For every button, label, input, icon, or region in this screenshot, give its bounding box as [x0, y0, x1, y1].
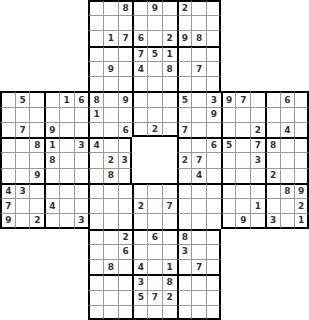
outside-area	[250, 290, 265, 305]
cell-r1c12[interactable]	[177, 15, 192, 30]
cell-r13c12[interactable]	[177, 198, 192, 213]
cell-r11c4[interactable]	[59, 168, 74, 183]
cell-r8c9[interactable]	[132, 122, 147, 137]
cell-r0c8[interactable]: 8	[118, 0, 133, 15]
cell-r7c15[interactable]	[221, 107, 236, 122]
cell-r1c14[interactable]	[206, 15, 221, 30]
cell-r14c2[interactable]: 2	[29, 213, 44, 228]
cell-r6c11[interactable]	[162, 91, 177, 106]
cell-r9c20[interactable]	[294, 137, 309, 152]
cell-r12c9[interactable]	[132, 183, 147, 198]
cell-r5c11[interactable]	[162, 76, 177, 91]
cell-r1c7[interactable]	[103, 15, 118, 30]
cell-r3c8[interactable]	[118, 46, 133, 61]
given-digit: 9	[240, 216, 246, 225]
cell-r8c4[interactable]	[59, 122, 74, 137]
cell-r8c10[interactable]: 2	[147, 122, 162, 137]
cell-r15c9[interactable]	[132, 229, 147, 244]
cell-r9c17[interactable]: 7	[250, 137, 265, 152]
cell-r12c7[interactable]	[103, 183, 118, 198]
cell-r19c10[interactable]: 7	[147, 290, 162, 305]
cell-r10c13[interactable]: 7	[191, 152, 206, 167]
cell-r2c12[interactable]: 9	[177, 30, 192, 45]
cell-r14c12[interactable]	[177, 213, 192, 228]
cell-r13c4[interactable]	[59, 198, 74, 213]
cell-r3c7[interactable]	[103, 46, 118, 61]
cell-r18c12[interactable]	[177, 274, 192, 289]
given-digit: 8	[122, 4, 128, 13]
cell-r13c16[interactable]	[235, 198, 250, 213]
cell-r13c0[interactable]: 7	[0, 198, 15, 213]
cell-r6c12[interactable]: 5	[177, 91, 192, 106]
cell-r2c8[interactable]: 7	[118, 30, 133, 45]
cell-r10c19[interactable]	[280, 152, 295, 167]
cell-r17c7[interactable]: 8	[103, 259, 118, 274]
cell-r16c9[interactable]	[132, 244, 147, 259]
cell-r8c11[interactable]	[162, 122, 177, 137]
cell-r1c13[interactable]	[191, 15, 206, 30]
cell-r18c6[interactable]	[88, 274, 103, 289]
cell-r19c7[interactable]	[103, 290, 118, 305]
cell-r15c12[interactable]: 8	[177, 229, 192, 244]
cell-r11c20[interactable]	[294, 168, 309, 183]
cell-r20c11[interactable]	[162, 305, 177, 320]
cell-r20c12[interactable]	[177, 305, 192, 320]
cell-r12c18[interactable]	[265, 183, 280, 198]
cell-r6c3[interactable]	[44, 91, 59, 106]
cell-r8c3[interactable]: 9	[44, 122, 59, 137]
cell-r14c18[interactable]: 3	[265, 213, 280, 228]
cell-r13c1[interactable]	[15, 198, 30, 213]
cell-r9c5[interactable]: 3	[74, 137, 89, 152]
cell-r9c12[interactable]	[177, 137, 192, 152]
cell-r10c7[interactable]: 2	[103, 152, 118, 167]
outside-area	[162, 168, 177, 183]
cell-r4c14[interactable]	[206, 61, 221, 76]
cell-r16c11[interactable]	[162, 244, 177, 259]
cell-r20c6[interactable]	[88, 305, 103, 320]
cell-r13c3[interactable]: 4	[44, 198, 59, 213]
cell-r12c14[interactable]	[206, 183, 221, 198]
cell-r13c8[interactable]	[118, 198, 133, 213]
cell-r10c16[interactable]	[235, 152, 250, 167]
cell-r7c19[interactable]	[280, 107, 295, 122]
cell-r12c10[interactable]	[147, 183, 162, 198]
cell-r11c18[interactable]: 2	[265, 168, 280, 183]
cell-r13c2[interactable]	[29, 198, 44, 213]
cell-r12c16[interactable]	[235, 183, 250, 198]
cell-r7c12[interactable]	[177, 107, 192, 122]
cell-r5c7[interactable]	[103, 76, 118, 91]
cell-r6c4[interactable]: 1	[59, 91, 74, 106]
cell-r6c16[interactable]: 7	[235, 91, 250, 106]
cell-r18c8[interactable]	[118, 274, 133, 289]
outside-area	[235, 15, 250, 30]
cell-r17c12[interactable]	[177, 259, 192, 274]
cell-r12c12[interactable]	[177, 183, 192, 198]
cell-r7c17[interactable]	[250, 107, 265, 122]
cell-r20c14[interactable]	[206, 305, 221, 320]
cell-r7c11[interactable]	[162, 107, 177, 122]
cell-r6c0[interactable]	[0, 91, 15, 106]
cell-r19c11[interactable]: 2	[162, 290, 177, 305]
cell-r20c9[interactable]	[132, 305, 147, 320]
cell-r13c11[interactable]: 7	[162, 198, 177, 213]
cell-r10c0[interactable]	[0, 152, 15, 167]
cell-r9c4[interactable]	[59, 137, 74, 152]
cell-r15c6[interactable]	[88, 229, 103, 244]
cell-r11c2[interactable]: 9	[29, 168, 44, 183]
cell-r6c17[interactable]	[250, 91, 265, 106]
cell-r9c2[interactable]: 8	[29, 137, 44, 152]
cell-r12c2[interactable]	[29, 183, 44, 198]
cell-r4c13[interactable]: 7	[191, 61, 206, 76]
cell-r11c8[interactable]	[118, 168, 133, 183]
cell-r7c16[interactable]	[235, 107, 250, 122]
cell-r7c3[interactable]	[44, 107, 59, 122]
cell-r3c10[interactable]: 5	[147, 46, 162, 61]
cell-r7c0[interactable]	[0, 107, 15, 122]
cell-r11c13[interactable]: 4	[191, 168, 206, 183]
cell-r10c20[interactable]	[294, 152, 309, 167]
cell-r8c18[interactable]	[265, 122, 280, 137]
cell-r10c6[interactable]	[88, 152, 103, 167]
cell-r6c8[interactable]: 9	[118, 91, 133, 106]
cell-r9c1[interactable]	[15, 137, 30, 152]
cell-r7c13[interactable]	[191, 107, 206, 122]
cell-r13c5[interactable]	[74, 198, 89, 213]
cell-r7c8[interactable]	[118, 107, 133, 122]
outside-area	[74, 46, 89, 61]
cell-r16c7[interactable]	[103, 244, 118, 259]
cell-r3c11[interactable]: 1	[162, 46, 177, 61]
cell-r6c5[interactable]: 6	[74, 91, 89, 106]
cell-r14c9[interactable]	[132, 213, 147, 228]
cell-r6c1[interactable]: 5	[15, 91, 30, 106]
cell-r7c6[interactable]: 1	[88, 107, 103, 122]
cell-r12c11[interactable]	[162, 183, 177, 198]
cell-r14c8[interactable]	[118, 213, 133, 228]
outside-area	[250, 30, 265, 45]
cell-r12c3[interactable]	[44, 183, 59, 198]
cell-r14c1[interactable]	[15, 213, 30, 228]
cell-r11c3[interactable]	[44, 168, 59, 183]
cell-r15c13[interactable]	[191, 229, 206, 244]
cell-r14c16[interactable]: 9	[235, 213, 250, 228]
cell-r12c0[interactable]: 4	[0, 183, 15, 198]
cell-r12c19[interactable]: 8	[280, 183, 295, 198]
cell-r19c14[interactable]	[206, 290, 221, 305]
cell-r2c9[interactable]: 6	[132, 30, 147, 45]
cell-r7c2[interactable]	[29, 107, 44, 122]
cell-r0c12[interactable]: 2	[177, 0, 192, 15]
cell-r8c20[interactable]	[294, 122, 309, 137]
cell-r13c20[interactable]: 2	[294, 198, 309, 213]
cell-r10c15[interactable]	[221, 152, 236, 167]
cell-r17c8[interactable]	[118, 259, 133, 274]
cell-r9c16[interactable]	[235, 137, 250, 152]
cell-r11c6[interactable]	[88, 168, 103, 183]
cell-r7c20[interactable]	[294, 107, 309, 122]
cell-r11c16[interactable]	[235, 168, 250, 183]
cell-r8c13[interactable]	[191, 122, 206, 137]
cell-r17c9[interactable]: 4	[132, 259, 147, 274]
cell-r8c6[interactable]	[88, 122, 103, 137]
cell-r9c7[interactable]	[103, 137, 118, 152]
cell-r9c14[interactable]: 6	[206, 137, 221, 152]
cell-r19c9[interactable]: 5	[132, 290, 147, 305]
cell-r13c17[interactable]: 1	[250, 198, 265, 213]
cell-r10c1[interactable]	[15, 152, 30, 167]
cell-r18c10[interactable]	[147, 274, 162, 289]
cell-r13c15[interactable]	[221, 198, 236, 213]
cell-r13c13[interactable]	[191, 198, 206, 213]
cell-r17c10[interactable]	[147, 259, 162, 274]
given-digit: 8	[284, 187, 290, 196]
cell-r8c17[interactable]: 2	[250, 122, 265, 137]
cell-r0c7[interactable]	[103, 0, 118, 15]
cell-r4c6[interactable]	[88, 61, 103, 76]
cell-r16c12[interactable]: 3	[177, 244, 192, 259]
cell-r16c8[interactable]: 6	[118, 244, 133, 259]
cell-r19c8[interactable]	[118, 290, 133, 305]
cell-r15c8[interactable]: 2	[118, 229, 133, 244]
cell-r11c7[interactable]: 8	[103, 168, 118, 183]
cell-r6c9[interactable]	[132, 91, 147, 106]
cell-r6c19[interactable]: 6	[280, 91, 295, 106]
cell-r15c10[interactable]: 6	[147, 229, 162, 244]
cell-r16c13[interactable]	[191, 244, 206, 259]
cell-r6c10[interactable]	[147, 91, 162, 106]
cell-r4c12[interactable]	[177, 61, 192, 76]
cell-r12c4[interactable]	[59, 183, 74, 198]
cell-r17c13[interactable]: 7	[191, 259, 206, 274]
given-digit: 7	[196, 156, 202, 165]
cell-r3c6[interactable]	[88, 46, 103, 61]
cell-r5c13[interactable]	[191, 76, 206, 91]
given-digit: 8	[182, 233, 188, 242]
cell-r19c6[interactable]	[88, 290, 103, 305]
cell-r7c9[interactable]	[132, 107, 147, 122]
cell-r13c18[interactable]	[265, 198, 280, 213]
cell-r14c0[interactable]: 9	[0, 213, 15, 228]
cell-r2c6[interactable]	[88, 30, 103, 45]
cell-r0c10[interactable]: 9	[147, 0, 162, 15]
cell-r0c9[interactable]	[132, 0, 147, 15]
cell-r14c15[interactable]	[221, 213, 236, 228]
cell-r8c16[interactable]	[235, 122, 250, 137]
cell-r18c11[interactable]: 8	[162, 274, 177, 289]
cell-r5c12[interactable]	[177, 76, 192, 91]
cell-r14c11[interactable]	[162, 213, 177, 228]
cell-r6c15[interactable]: 9	[221, 91, 236, 106]
cell-r8c1[interactable]: 7	[15, 122, 30, 137]
cell-r0c11[interactable]	[162, 0, 177, 15]
cell-r4c7[interactable]: 9	[103, 61, 118, 76]
cell-r18c13[interactable]	[191, 274, 206, 289]
cell-r12c1[interactable]: 3	[15, 183, 30, 198]
cell-r14c20[interactable]: 1	[294, 213, 309, 228]
cell-r10c8[interactable]: 3	[118, 152, 133, 167]
cell-r14c7[interactable]	[103, 213, 118, 228]
cell-r8c0[interactable]	[0, 122, 15, 137]
cell-r9c0[interactable]	[0, 137, 15, 152]
cell-r9c15[interactable]: 5	[221, 137, 236, 152]
cell-r9c13[interactable]	[191, 137, 206, 152]
cell-r8c8[interactable]: 6	[118, 122, 133, 137]
cell-r3c13[interactable]	[191, 46, 206, 61]
cell-r8c19[interactable]: 4	[280, 122, 295, 137]
cell-r6c20[interactable]	[294, 91, 309, 106]
cell-r15c7[interactable]	[103, 229, 118, 244]
cell-r8c7[interactable]	[103, 122, 118, 137]
cell-r7c7[interactable]	[103, 107, 118, 122]
cell-r16c6[interactable]	[88, 244, 103, 259]
cell-r13c19[interactable]	[280, 198, 295, 213]
cell-r9c8[interactable]	[118, 137, 133, 152]
cell-r2c7[interactable]: 1	[103, 30, 118, 45]
cell-r5c6[interactable]	[88, 76, 103, 91]
cell-r12c5[interactable]	[74, 183, 89, 198]
cell-r7c1[interactable]	[15, 107, 30, 122]
cell-r4c8[interactable]	[118, 61, 133, 76]
cell-r15c14[interactable]	[206, 229, 221, 244]
cell-r11c14[interactable]	[206, 168, 221, 183]
cell-r8c14[interactable]	[206, 122, 221, 137]
cell-r8c15[interactable]	[221, 122, 236, 137]
cell-r11c1[interactable]	[15, 168, 30, 183]
cell-r13c9[interactable]: 2	[132, 198, 147, 213]
outside-area	[0, 244, 15, 259]
cell-r3c9[interactable]: 7	[132, 46, 147, 61]
cell-r17c6[interactable]	[88, 259, 103, 274]
cell-r1c10[interactable]	[147, 15, 162, 30]
cell-r20c13[interactable]	[191, 305, 206, 320]
cell-r11c15[interactable]	[221, 168, 236, 183]
cell-r5c8[interactable]	[118, 76, 133, 91]
cell-r10c18[interactable]	[265, 152, 280, 167]
cell-r13c14[interactable]	[206, 198, 221, 213]
cell-r14c6[interactable]	[88, 213, 103, 228]
cell-r3c12[interactable]	[177, 46, 192, 61]
cell-r14c4[interactable]	[59, 213, 74, 228]
cell-r10c14[interactable]	[206, 152, 221, 167]
cell-r1c8[interactable]	[118, 15, 133, 30]
cell-r8c2[interactable]	[29, 122, 44, 137]
cell-r5c10[interactable]	[147, 76, 162, 91]
cell-r2c14[interactable]	[206, 30, 221, 45]
cell-r18c7[interactable]	[103, 274, 118, 289]
cell-r16c14[interactable]	[206, 244, 221, 259]
cell-r19c13[interactable]	[191, 290, 206, 305]
cell-r15c11[interactable]	[162, 229, 177, 244]
cell-r7c18[interactable]	[265, 107, 280, 122]
cell-r12c13[interactable]	[191, 183, 206, 198]
cell-r7c4[interactable]	[59, 107, 74, 122]
cell-r20c10[interactable]	[147, 305, 162, 320]
given-digit: 1	[255, 202, 261, 211]
cell-r10c4[interactable]	[59, 152, 74, 167]
cell-r2c11[interactable]: 2	[162, 30, 177, 45]
cell-r4c10[interactable]	[147, 61, 162, 76]
cell-r13c6[interactable]	[88, 198, 103, 213]
cell-r10c12[interactable]: 2	[177, 152, 192, 167]
cell-r12c20[interactable]: 9	[294, 183, 309, 198]
cell-r14c3[interactable]	[44, 213, 59, 228]
cell-r6c18[interactable]	[265, 91, 280, 106]
cell-r17c14[interactable]	[206, 259, 221, 274]
cell-r0c14[interactable]	[206, 0, 221, 15]
cell-r6c6[interactable]: 8	[88, 91, 103, 106]
cell-r0c13[interactable]	[191, 0, 206, 15]
cell-r19c12[interactable]	[177, 290, 192, 305]
cell-r1c9[interactable]	[132, 15, 147, 30]
cell-r20c7[interactable]	[103, 305, 118, 320]
cell-r13c10[interactable]	[147, 198, 162, 213]
cell-r6c13[interactable]	[191, 91, 206, 106]
cell-r11c12[interactable]	[177, 168, 192, 183]
cell-r9c6[interactable]: 4	[88, 137, 103, 152]
cell-r9c19[interactable]	[280, 137, 295, 152]
cell-r8c5[interactable]	[74, 122, 89, 137]
cell-r17c11[interactable]: 1	[162, 259, 177, 274]
cell-r3c14[interactable]	[206, 46, 221, 61]
cell-r14c14[interactable]	[206, 213, 221, 228]
cell-r10c17[interactable]: 3	[250, 152, 265, 167]
cell-r8c12[interactable]: 7	[177, 122, 192, 137]
cell-r12c8[interactable]	[118, 183, 133, 198]
cell-r2c10[interactable]	[147, 30, 162, 45]
cell-r6c14[interactable]: 3	[206, 91, 221, 106]
cell-r14c19[interactable]	[280, 213, 295, 228]
cell-r2c13[interactable]: 8	[191, 30, 206, 45]
cell-r20c8[interactable]	[118, 305, 133, 320]
cell-r12c17[interactable]	[250, 183, 265, 198]
cell-r6c2[interactable]	[29, 91, 44, 106]
cell-r9c3[interactable]: 1	[44, 137, 59, 152]
cell-r10c5[interactable]	[74, 152, 89, 167]
cell-r10c2[interactable]	[29, 152, 44, 167]
cell-r7c10[interactable]	[147, 107, 162, 122]
cell-r4c11[interactable]: 8	[162, 61, 177, 76]
cell-r18c9[interactable]: 3	[132, 274, 147, 289]
cell-r11c19[interactable]	[280, 168, 295, 183]
cell-r12c15[interactable]	[221, 183, 236, 198]
cell-r5c14[interactable]	[206, 76, 221, 91]
cell-r14c5[interactable]: 3	[74, 213, 89, 228]
cell-r9c18[interactable]: 8	[265, 137, 280, 152]
cell-r5c9[interactable]	[132, 76, 147, 91]
cell-r11c17[interactable]	[250, 168, 265, 183]
cell-r10c3[interactable]: 8	[44, 152, 59, 167]
cell-r14c17[interactable]	[250, 213, 265, 228]
cell-r0c6[interactable]	[88, 0, 103, 15]
cell-r6c7[interactable]	[103, 91, 118, 106]
cell-r14c13[interactable]	[191, 213, 206, 228]
cell-r18c14[interactable]	[206, 274, 221, 289]
cell-r1c6[interactable]	[88, 15, 103, 30]
cell-r16c10[interactable]	[147, 244, 162, 259]
cell-r11c5[interactable]	[74, 168, 89, 183]
cell-r14c10[interactable]	[147, 213, 162, 228]
cell-r4c9[interactable]: 4	[132, 61, 147, 76]
cell-r1c11[interactable]	[162, 15, 177, 30]
cell-r12c6[interactable]	[88, 183, 103, 198]
cell-r11c0[interactable]	[0, 168, 15, 183]
cell-r13c7[interactable]	[103, 198, 118, 213]
cell-r7c5[interactable]	[74, 107, 89, 122]
cell-r7c14[interactable]: 9	[206, 107, 221, 122]
